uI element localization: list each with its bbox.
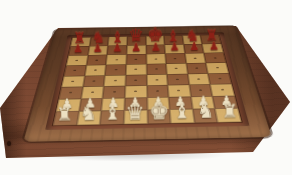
square-b4[interactable]	[83, 75, 105, 87]
square-h7[interactable]: ♟	[202, 44, 223, 54]
piece-white-knight[interactable]: ♞	[197, 102, 215, 122]
square-a1[interactable]: ♜	[53, 112, 79, 126]
piece-white-queen[interactable]: ♛	[125, 101, 145, 123]
box-top-tilt-wrapper: ♜♞♝♛♚♝♞♜♟♟♟♟♟♟♟♟♟♟♟♟♟♟♟♟♜♞♝♛♚♝♞♜	[0, 0, 292, 175]
square-f7[interactable]: ♟	[165, 44, 185, 54]
piece-red-pawn[interactable]: ♟	[112, 43, 122, 54]
piece-red-pawn[interactable]: ♟	[170, 41, 180, 52]
square-e6[interactable]	[146, 54, 166, 64]
square-c5[interactable]	[105, 64, 126, 75]
square-d7[interactable]: ♟	[127, 45, 146, 55]
square-e5[interactable]	[146, 64, 167, 75]
square-e1[interactable]: ♚	[147, 110, 171, 124]
square-g6[interactable]	[185, 53, 206, 63]
square-f6[interactable]	[165, 53, 186, 63]
piece-red-pawn[interactable]: ♟	[208, 41, 218, 52]
square-a5[interactable]	[64, 65, 86, 76]
square-h5[interactable]	[206, 63, 229, 74]
piece-white-king[interactable]: ♚	[148, 99, 169, 122]
piece-white-knight[interactable]: ♞	[79, 104, 97, 124]
square-d5[interactable]	[126, 64, 147, 75]
chess-board: ♜♞♝♛♚♝♞♜♟♟♟♟♟♟♟♟♟♟♟♟♟♟♟♟♜♞♝♛♚♝♞♜	[53, 35, 242, 126]
piece-red-pawn[interactable]: ♟	[131, 42, 141, 53]
piece-red-pawn[interactable]: ♟	[73, 43, 83, 54]
square-c4[interactable]	[104, 75, 126, 87]
square-e7[interactable]: ♟	[146, 45, 166, 55]
piece-red-pawn[interactable]: ♟	[92, 43, 102, 54]
square-f5[interactable]	[166, 63, 187, 74]
piece-white-rook[interactable]: ♜	[56, 106, 73, 125]
square-b5[interactable]	[84, 65, 106, 76]
square-b7[interactable]: ♟	[88, 46, 108, 56]
square-g4[interactable]	[188, 73, 211, 84]
piece-red-pawn[interactable]: ♟	[150, 42, 160, 53]
square-h6[interactable]	[204, 53, 226, 63]
square-e4[interactable]	[146, 74, 168, 86]
square-g1[interactable]: ♞	[193, 109, 218, 123]
square-c7[interactable]: ♟	[107, 45, 127, 55]
square-f1[interactable]: ♝	[170, 109, 195, 123]
square-b6[interactable]	[86, 55, 107, 65]
square-g5[interactable]	[186, 63, 208, 74]
square-b1[interactable]: ♞	[77, 111, 102, 125]
square-h4[interactable]	[208, 73, 232, 84]
square-a6[interactable]	[66, 55, 88, 65]
square-h1[interactable]: ♜	[215, 108, 241, 122]
piece-red-pawn[interactable]: ♟	[189, 41, 199, 52]
photo-background: ♜♞♝♛♚♝♞♜♟♟♟♟♟♟♟♟♟♟♟♟♟♟♟♟♜♞♝♛♚♝♞♜	[0, 0, 292, 175]
square-d1[interactable]: ♛	[124, 110, 148, 124]
square-a4[interactable]	[61, 76, 84, 88]
square-c1[interactable]: ♝	[100, 111, 124, 125]
square-c6[interactable]	[106, 55, 126, 65]
square-f4[interactable]	[167, 74, 189, 86]
board-margin: ♜♞♝♛♚♝♞♜♟♟♟♟♟♟♟♟♟♟♟♟♟♟♟♟♜♞♝♛♚♝♞♜	[45, 32, 250, 130]
piece-white-bishop[interactable]: ♝	[173, 102, 191, 122]
square-g7[interactable]: ♟	[183, 44, 204, 54]
piece-white-bishop[interactable]: ♝	[103, 104, 121, 124]
square-d4[interactable]	[125, 75, 146, 87]
square-d6[interactable]	[126, 54, 146, 64]
square-a7[interactable]: ♟	[68, 46, 89, 56]
piece-white-rook[interactable]: ♜	[221, 102, 238, 121]
chess-box-top-frame: ♜♞♝♛♚♝♞♜♟♟♟♟♟♟♟♟♟♟♟♟♟♟♟♟♜♞♝♛♚♝♞♜	[23, 26, 272, 142]
